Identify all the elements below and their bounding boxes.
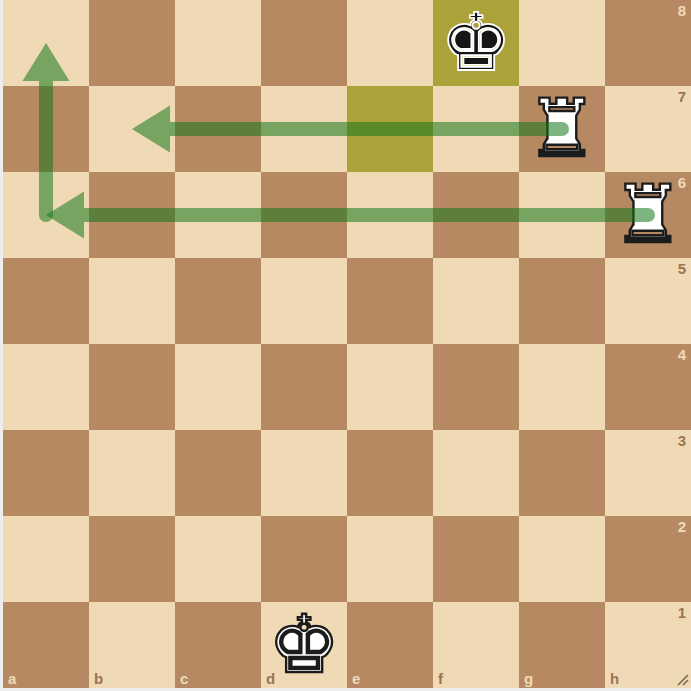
square-g2[interactable]	[519, 516, 605, 602]
square-d7[interactable]	[261, 86, 347, 172]
last-move-highlight-e7	[347, 86, 433, 172]
square-c6[interactable]	[175, 172, 261, 258]
square-h7[interactable]: 7	[605, 86, 691, 172]
square-f6[interactable]	[433, 172, 519, 258]
rank-label-1: 1	[678, 604, 686, 621]
square-f4[interactable]	[433, 344, 519, 430]
square-c3[interactable]	[175, 430, 261, 516]
square-h8[interactable]: 8	[605, 0, 691, 86]
white-rook-h6-h6[interactable]: ♜	[605, 172, 691, 258]
square-h4[interactable]: 4	[605, 344, 691, 430]
square-g6[interactable]	[519, 172, 605, 258]
square-e1[interactable]: e	[347, 602, 433, 688]
square-c4[interactable]	[175, 344, 261, 430]
rank-label-4: 4	[678, 346, 686, 363]
rank-label-3: 3	[678, 432, 686, 449]
square-g4[interactable]	[519, 344, 605, 430]
square-e3[interactable]	[347, 430, 433, 516]
rank-label-5: 5	[678, 260, 686, 277]
square-d6[interactable]	[261, 172, 347, 258]
square-e5[interactable]	[347, 258, 433, 344]
square-b4[interactable]	[89, 344, 175, 430]
square-c7[interactable]	[175, 86, 261, 172]
square-h5[interactable]: 5	[605, 258, 691, 344]
square-b6[interactable]	[89, 172, 175, 258]
square-d8[interactable]	[261, 0, 347, 86]
square-c8[interactable]	[175, 0, 261, 86]
square-b3[interactable]	[89, 430, 175, 516]
square-a6[interactable]	[3, 172, 89, 258]
white-rook-g7-g7[interactable]: ♜	[519, 86, 605, 172]
square-e8[interactable]	[347, 0, 433, 86]
black-king-f8[interactable]: ♚	[433, 0, 519, 86]
file-label-h: h	[610, 670, 619, 687]
square-h3[interactable]: 3	[605, 430, 691, 516]
square-a5[interactable]	[3, 258, 89, 344]
page-background: 8765432abcdefgh1 ♚♜♜♚	[0, 0, 691, 691]
file-label-e: e	[352, 670, 360, 687]
square-c1[interactable]: c	[175, 602, 261, 688]
file-label-b: b	[94, 670, 103, 687]
board-resize-icon[interactable]	[676, 673, 689, 686]
square-a4[interactable]	[3, 344, 89, 430]
square-f3[interactable]	[433, 430, 519, 516]
square-a3[interactable]	[3, 430, 89, 516]
square-a8[interactable]	[3, 0, 89, 86]
square-g3[interactable]	[519, 430, 605, 516]
square-e6[interactable]	[347, 172, 433, 258]
square-c5[interactable]	[175, 258, 261, 344]
square-e4[interactable]	[347, 344, 433, 430]
square-d2[interactable]	[261, 516, 347, 602]
square-f5[interactable]	[433, 258, 519, 344]
square-b7[interactable]	[89, 86, 175, 172]
square-b1[interactable]: b	[89, 602, 175, 688]
file-label-a: a	[8, 670, 16, 687]
square-d3[interactable]	[261, 430, 347, 516]
square-g1[interactable]: g	[519, 602, 605, 688]
square-f2[interactable]	[433, 516, 519, 602]
file-label-g: g	[524, 670, 533, 687]
square-a7[interactable]	[3, 86, 89, 172]
square-h2[interactable]: 2	[605, 516, 691, 602]
square-e7[interactable]	[347, 86, 433, 172]
square-h1[interactable]: h1	[605, 602, 691, 688]
rank-label-8: 8	[678, 2, 686, 19]
square-b5[interactable]	[89, 258, 175, 344]
square-a2[interactable]	[3, 516, 89, 602]
square-c2[interactable]	[175, 516, 261, 602]
square-f1[interactable]: f	[433, 602, 519, 688]
file-label-c: c	[180, 670, 188, 687]
square-g8[interactable]	[519, 0, 605, 86]
rank-label-7: 7	[678, 88, 686, 105]
square-b8[interactable]	[89, 0, 175, 86]
square-d5[interactable]	[261, 258, 347, 344]
square-a1[interactable]: a	[3, 602, 89, 688]
square-d4[interactable]	[261, 344, 347, 430]
rank-label-2: 2	[678, 518, 686, 535]
file-label-f: f	[438, 670, 443, 687]
square-e2[interactable]	[347, 516, 433, 602]
square-f7[interactable]	[433, 86, 519, 172]
square-b2[interactable]	[89, 516, 175, 602]
white-king-d1[interactable]: ♚	[261, 602, 347, 688]
square-g5[interactable]	[519, 258, 605, 344]
